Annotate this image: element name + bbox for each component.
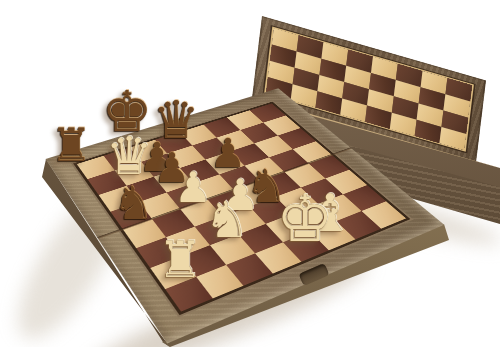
chess-piece-dark-rook-a8[interactable]: ♜ xyxy=(50,122,91,168)
product-photo: ♜♚♛♟♟♟♞♞♛♟♟♞♜♚♝ xyxy=(0,0,500,347)
chess-piece-light-knight-c2[interactable]: ♞ xyxy=(205,195,250,245)
chess-piece-light-king-f1[interactable]: ♚ xyxy=(276,187,333,251)
chess-piece-dark-pawn-e5[interactable]: ♟ xyxy=(210,133,246,173)
chess-piece-light-queen-b7[interactable]: ♛ xyxy=(106,130,153,182)
chess-piece-light-rook-a1[interactable]: ♜ xyxy=(158,235,203,285)
chess-piece-dark-knight-a5[interactable]: ♞ xyxy=(112,180,153,226)
